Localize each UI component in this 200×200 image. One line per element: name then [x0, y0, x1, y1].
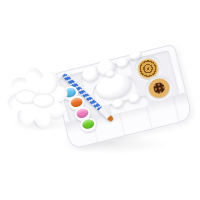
small-cup-1 — [111, 98, 125, 110]
craft-kit-tray — [52, 44, 193, 150]
flower-palette — [0, 60, 76, 136]
paint-green — [81, 118, 95, 130]
small-cup-2 — [127, 92, 141, 104]
product-photo — [0, 0, 200, 200]
sugar-bowl-lid — [115, 56, 129, 69]
chocolate-cookie — [147, 76, 172, 100]
